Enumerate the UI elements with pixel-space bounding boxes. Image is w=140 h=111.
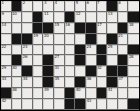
cell-r2c9[interactable] <box>86 12 97 23</box>
black-cell <box>65 88 76 99</box>
black-cell <box>86 23 97 34</box>
clue-number: 28 <box>129 55 134 59</box>
cell-r9c11[interactable]: 41 <box>107 88 118 99</box>
cell-r7c7[interactable] <box>65 66 76 77</box>
cell-r6c11[interactable] <box>107 55 118 66</box>
cell-r6c9[interactable] <box>86 55 97 66</box>
cell-r8c12[interactable]: 37 <box>118 77 129 88</box>
cell-r8c6[interactable]: 35 <box>54 77 65 88</box>
cell-r1c6[interactable]: 4 <box>54 1 65 12</box>
black-cell <box>107 66 118 77</box>
clue-number: 37 <box>118 77 123 81</box>
black-cell <box>118 55 129 66</box>
cell-r9c2[interactable]: 38 <box>12 88 23 99</box>
cell-r10c3[interactable] <box>22 99 33 110</box>
clue-number: 25 <box>108 45 113 49</box>
cell-r8c10[interactable] <box>97 77 108 88</box>
clue-number: 27 <box>55 55 60 59</box>
clue-number: 23 <box>23 45 28 49</box>
cell-r9c4[interactable] <box>33 88 44 99</box>
cell-r9c6[interactable] <box>54 88 65 99</box>
cell-r9c8[interactable]: 40 <box>75 88 86 99</box>
crossword-page: 1234567891011121314151617181920212223242… <box>0 0 140 111</box>
clue-number: 22 <box>2 45 7 49</box>
cell-r1c3[interactable]: 2 <box>22 1 33 12</box>
cell-r10c6[interactable] <box>54 99 65 110</box>
cell-r6c7[interactable] <box>65 55 76 66</box>
black-cell <box>75 45 86 56</box>
black-cell <box>43 66 54 77</box>
clue-number: 21 <box>118 34 123 38</box>
cell-r6c13[interactable]: 28 <box>128 55 139 66</box>
cell-r7c2[interactable]: 30 <box>12 66 23 77</box>
cell-r7c4[interactable] <box>33 66 44 77</box>
cell-r1c13[interactable] <box>128 1 139 12</box>
clue-number: 41 <box>108 88 113 92</box>
cell-r3c6[interactable]: 15 <box>54 23 65 34</box>
black-cell <box>22 34 33 45</box>
clue-number: 35 <box>55 77 60 81</box>
black-cell <box>75 23 86 34</box>
cell-r10c10[interactable] <box>97 99 108 110</box>
clue-number: 29 <box>2 66 7 70</box>
cell-r1c4[interactable] <box>33 1 44 12</box>
clue-number: 13 <box>108 12 113 16</box>
cell-r10c2[interactable] <box>12 99 23 110</box>
black-cell <box>12 34 23 45</box>
cell-r4c10[interactable] <box>97 34 108 45</box>
clue-number: 20 <box>44 34 49 38</box>
cell-r2c5[interactable]: 11 <box>43 12 54 23</box>
clue-number: 6 <box>86 1 88 5</box>
cell-r5c5[interactable] <box>43 45 54 56</box>
cell-r1c7[interactable] <box>65 1 76 12</box>
cell-r7c10[interactable]: 32 <box>97 66 108 77</box>
cell-r8c3[interactable]: 34 <box>22 77 33 88</box>
cell-r10c11[interactable] <box>107 99 118 110</box>
cell-r8c7[interactable] <box>65 77 76 88</box>
cell-r3c13[interactable]: 18 <box>128 23 139 34</box>
cell-r1c9[interactable]: 6 <box>86 1 97 12</box>
cell-r4c4[interactable]: 19 <box>33 34 44 45</box>
cell-r8c1[interactable]: 33 <box>1 77 12 88</box>
cell-r10c1[interactable]: 42 <box>1 99 12 110</box>
cell-r9c13[interactable] <box>128 88 139 99</box>
clue-number: 32 <box>97 66 102 70</box>
clue-number: 38 <box>12 88 17 92</box>
cell-r10c12[interactable] <box>118 99 129 110</box>
clue-number: 17 <box>97 23 102 27</box>
cell-r4c6[interactable] <box>54 34 65 45</box>
black-cell <box>97 45 108 56</box>
cell-r1c12[interactable]: 8 <box>118 1 129 12</box>
cell-r5c9[interactable]: 24 <box>86 45 97 56</box>
cell-r3c1[interactable]: 14 <box>1 23 12 34</box>
clue-number: 14 <box>2 23 7 27</box>
cell-r10c5[interactable] <box>43 99 54 110</box>
cell-r5c7[interactable] <box>65 45 76 56</box>
clue-number: 11 <box>44 12 49 16</box>
clue-number: 1 <box>2 1 4 5</box>
black-cell <box>75 99 86 110</box>
clue-number: 19 <box>33 34 38 38</box>
clue-number: 34 <box>23 77 28 81</box>
clue-number: 3 <box>44 1 46 5</box>
cell-r8c4[interactable] <box>33 77 44 88</box>
cell-r8c9[interactable]: 36 <box>86 77 97 88</box>
cell-r10c9[interactable]: 43 <box>86 99 97 110</box>
cell-r2c8[interactable]: 12 <box>75 12 86 23</box>
cell-r4c1[interactable] <box>1 34 12 45</box>
cell-r2c2[interactable]: 10 <box>12 12 23 23</box>
clue-number: 26 <box>23 55 28 59</box>
cell-r4c5[interactable]: 20 <box>43 34 54 45</box>
black-cell <box>107 34 118 45</box>
cell-r7c8[interactable] <box>75 66 86 77</box>
black-cell <box>33 12 44 23</box>
cell-r3c10[interactable]: 17 <box>97 23 108 34</box>
cell-r3c7[interactable]: 16 <box>65 23 76 34</box>
cell-r7c13[interactable] <box>128 66 139 77</box>
clue-number: 31 <box>55 66 60 70</box>
cell-r9c12[interactable] <box>118 88 129 99</box>
cell-r10c4[interactable] <box>33 99 44 110</box>
clue-number: 12 <box>76 12 81 16</box>
cell-r2c11[interactable]: 13 <box>107 12 118 23</box>
cell-r3c2[interactable] <box>12 23 23 34</box>
clue-number: 24 <box>86 45 91 49</box>
black-cell <box>75 55 86 66</box>
clue-number: 5 <box>76 1 78 5</box>
black-cell <box>128 99 139 110</box>
cell-r1c10[interactable]: 7 <box>97 1 108 12</box>
clue-number: 40 <box>76 88 81 92</box>
clue-number: 30 <box>12 66 17 70</box>
black-cell <box>97 88 108 99</box>
clue-number: 39 <box>44 88 49 92</box>
clue-number: 2 <box>23 1 25 5</box>
cell-r4c8[interactable] <box>75 34 86 45</box>
clue-number: 7 <box>97 1 99 5</box>
cell-r3c3[interactable] <box>22 23 33 34</box>
clue-number: 8 <box>118 1 120 5</box>
cell-r5c1[interactable]: 22 <box>1 45 12 56</box>
black-cell <box>86 34 97 45</box>
crossword-board: 1234567891011121314151617181920212223242… <box>0 0 140 111</box>
clue-number: 42 <box>2 99 7 103</box>
cell-r5c4[interactable] <box>33 45 44 56</box>
clue-number: 4 <box>55 1 57 5</box>
clue-number: 9 <box>2 12 4 16</box>
cell-r5c11[interactable]: 25 <box>107 45 118 56</box>
clue-number: 15 <box>55 23 60 27</box>
cell-r4c7[interactable] <box>65 34 76 45</box>
cell-r2c12[interactable] <box>118 12 129 23</box>
clue-number: 33 <box>2 77 7 81</box>
cell-r5c12[interactable] <box>118 45 129 56</box>
black-cell <box>65 99 76 110</box>
clue-number: 43 <box>86 99 91 103</box>
cell-r6c4[interactable] <box>33 55 44 66</box>
cell-r9c5[interactable]: 39 <box>43 88 54 99</box>
cell-r5c2[interactable] <box>12 45 23 56</box>
clue-number: 16 <box>65 23 70 27</box>
cell-r8c13[interactable] <box>128 77 139 88</box>
cell-r4c13[interactable] <box>128 34 139 45</box>
cell-r6c3[interactable]: 26 <box>22 55 33 66</box>
cell-r2c3[interactable] <box>22 12 33 23</box>
cell-r4c12[interactable]: 21 <box>118 34 129 45</box>
clue-number: 36 <box>86 77 91 81</box>
black-cell <box>43 55 54 66</box>
cell-r3c11[interactable] <box>107 23 118 34</box>
cell-r9c3[interactable] <box>22 88 33 99</box>
clue-number: 18 <box>129 23 134 27</box>
clue-number: 10 <box>12 12 17 16</box>
